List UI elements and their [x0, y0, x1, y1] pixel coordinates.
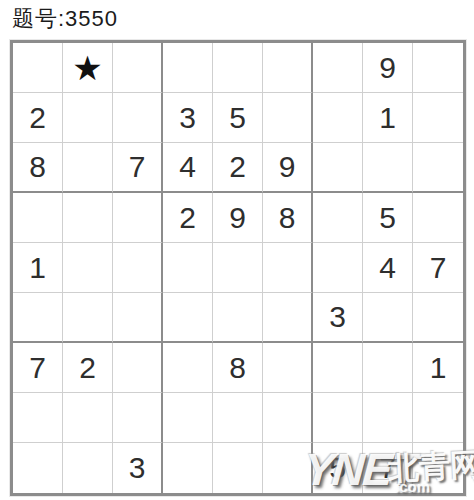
cell-r3c6: 9 [263, 143, 313, 193]
cell-r7c4[interactable] [163, 343, 213, 393]
cell-r6c3[interactable] [113, 293, 163, 343]
cell-r1c6[interactable] [263, 43, 313, 93]
cell-r5c6[interactable] [263, 243, 313, 293]
cell-r7c2: 2 [63, 343, 113, 393]
cell-r6c8[interactable] [363, 293, 413, 343]
cell-r4c9[interactable] [413, 193, 463, 243]
cell-r2c4: 3 [163, 93, 213, 143]
cell-r2c2[interactable] [63, 93, 113, 143]
cell-r3c8[interactable] [363, 143, 413, 193]
cell-r3c3: 7 [113, 143, 163, 193]
cell-r8c1[interactable] [13, 393, 63, 443]
cell-r4c5: 9 [213, 193, 263, 243]
cell-r1c7[interactable] [313, 43, 363, 93]
cell-r3c1: 8 [13, 143, 63, 193]
cell-r8c8[interactable] [363, 393, 413, 443]
cell-r3c5: 2 [213, 143, 263, 193]
cell-r8c7[interactable] [313, 393, 363, 443]
star-icon: ★ [72, 51, 102, 85]
cell-r7c3[interactable] [113, 343, 163, 393]
cell-r6c1[interactable] [13, 293, 63, 343]
cell-r8c2[interactable] [63, 393, 113, 443]
cell-r9c6[interactable] [263, 443, 313, 493]
cell-r1c1[interactable] [13, 43, 63, 93]
cell-r9c8: 7 [363, 443, 413, 493]
cell-r8c9[interactable] [413, 393, 463, 443]
cell-r6c6[interactable] [263, 293, 313, 343]
cell-r4c6: 8 [263, 193, 313, 243]
cell-r1c5[interactable] [213, 43, 263, 93]
cell-r2c8: 1 [363, 93, 413, 143]
cell-r2c9[interactable] [413, 93, 463, 143]
cell-r5c8: 4 [363, 243, 413, 293]
cell-r1c9[interactable] [413, 43, 463, 93]
cell-r6c7: 3 [313, 293, 363, 343]
cell-r4c3[interactable] [113, 193, 163, 243]
cell-r5c3[interactable] [113, 243, 163, 293]
cell-r2c7[interactable] [313, 93, 363, 143]
cell-r9c9[interactable] [413, 443, 463, 493]
cell-r5c4[interactable] [163, 243, 213, 293]
cell-r5c7[interactable] [313, 243, 363, 293]
cell-r7c1: 7 [13, 343, 63, 393]
cell-r4c8: 5 [363, 193, 413, 243]
cell-r4c2[interactable] [63, 193, 113, 243]
cell-r4c1[interactable] [13, 193, 63, 243]
cell-r9c2[interactable] [63, 443, 113, 493]
cell-r5c2[interactable] [63, 243, 113, 293]
cell-r2c3[interactable] [113, 93, 163, 143]
cell-r3c2[interactable] [63, 143, 113, 193]
cell-r5c9: 7 [413, 243, 463, 293]
cell-r6c4[interactable] [163, 293, 213, 343]
cell-r3c7[interactable] [313, 143, 363, 193]
cell-r7c8[interactable] [363, 343, 413, 393]
cell-r7c6[interactable] [263, 343, 313, 393]
cell-r5c1: 1 [13, 243, 63, 293]
cell-r8c3[interactable] [113, 393, 163, 443]
cell-r2c5: 5 [213, 93, 263, 143]
puzzle-title: 题号:3550 [12, 4, 118, 34]
cell-r1c8: 9 [363, 43, 413, 93]
cell-r3c4: 4 [163, 143, 213, 193]
cell-r9c1[interactable] [13, 443, 63, 493]
cell-r9c4[interactable] [163, 443, 213, 493]
cell-r3c9[interactable] [413, 143, 463, 193]
cell-r1c4[interactable] [163, 43, 213, 93]
cell-r2c6[interactable] [263, 93, 313, 143]
cell-r4c7[interactable] [313, 193, 363, 243]
cell-r1c2[interactable]: ★ [63, 43, 113, 93]
cell-r9c7: 5 [313, 443, 363, 493]
cell-r8c6[interactable] [263, 393, 313, 443]
cell-r8c5[interactable] [213, 393, 263, 443]
cell-r7c7[interactable] [313, 343, 363, 393]
cell-r1c3[interactable] [113, 43, 163, 93]
cell-r6c5[interactable] [213, 293, 263, 343]
cell-r7c5: 8 [213, 343, 263, 393]
sudoku-grid: ★9235187429298514737281357 [10, 40, 466, 496]
sudoku-board: ★9235187429298514737281357 [10, 40, 466, 496]
cell-r6c9[interactable] [413, 293, 463, 343]
cell-r7c9: 1 [413, 343, 463, 393]
cell-r9c5[interactable] [213, 443, 263, 493]
cell-r5c5[interactable] [213, 243, 263, 293]
cell-r6c2[interactable] [63, 293, 113, 343]
cell-r9c3: 3 [113, 443, 163, 493]
cell-r4c4: 2 [163, 193, 213, 243]
cell-r8c4[interactable] [163, 393, 213, 443]
cell-r2c1: 2 [13, 93, 63, 143]
